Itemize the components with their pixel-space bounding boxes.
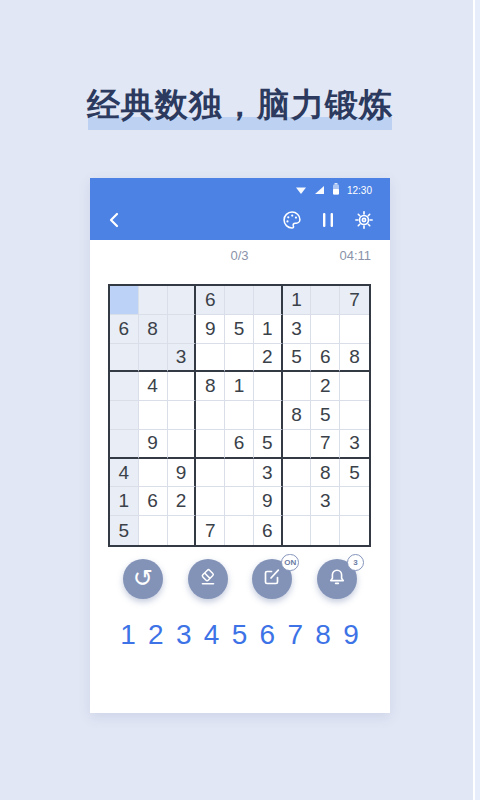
sudoku-cell[interactable] <box>168 286 197 315</box>
sudoku-cell[interactable] <box>196 459 225 488</box>
sudoku-cell[interactable]: 6 <box>110 315 139 344</box>
sudoku-cell[interactable]: 8 <box>283 401 312 430</box>
eraser-button[interactable] <box>188 559 228 599</box>
status-bar: 12:30 <box>90 181 390 199</box>
sudoku-cell[interactable]: 5 <box>311 401 340 430</box>
numpad-key-7[interactable]: 7 <box>283 619 307 651</box>
sudoku-cell[interactable] <box>196 401 225 430</box>
sudoku-cell[interactable] <box>168 401 197 430</box>
sudoku-cell[interactable] <box>283 487 312 516</box>
sudoku-cell[interactable]: 5 <box>340 459 369 488</box>
theme-palette-button[interactable] <box>280 208 304 232</box>
sudoku-cell[interactable]: 7 <box>311 430 340 459</box>
numpad-key-9[interactable]: 9 <box>339 619 363 651</box>
sudoku-cell[interactable] <box>283 459 312 488</box>
signal-icon <box>314 181 325 199</box>
sudoku-cell[interactable] <box>110 286 139 315</box>
sudoku-cell[interactable] <box>225 401 254 430</box>
sudoku-cell[interactable] <box>254 372 283 401</box>
sudoku-cell[interactable] <box>340 401 369 430</box>
sudoku-cell[interactable] <box>110 344 139 373</box>
sudoku-cell[interactable]: 3 <box>340 430 369 459</box>
sudoku-cell[interactable]: 8 <box>311 459 340 488</box>
eraser-icon <box>197 566 219 592</box>
sudoku-cell[interactable]: 3 <box>283 315 312 344</box>
sudoku-cell[interactable] <box>168 372 197 401</box>
sudoku-cell[interactable] <box>254 401 283 430</box>
sudoku-cell[interactable]: 2 <box>254 344 283 373</box>
toolbar: ↺ ON <box>123 559 357 605</box>
sudoku-cell[interactable] <box>139 286 168 315</box>
numpad-key-5[interactable]: 5 <box>228 619 252 651</box>
phone-mockup: 12:30 <box>90 178 390 713</box>
sudoku-cell[interactable]: 9 <box>139 430 168 459</box>
sudoku-cell[interactable] <box>110 430 139 459</box>
sudoku-cell[interactable]: 9 <box>168 459 197 488</box>
sudoku-cell[interactable] <box>340 372 369 401</box>
sudoku-cell[interactable] <box>283 430 312 459</box>
sudoku-cell[interactable] <box>225 344 254 373</box>
sudoku-cell[interactable] <box>196 344 225 373</box>
sudoku-cell[interactable] <box>110 401 139 430</box>
numpad-key-6[interactable]: 6 <box>255 619 279 651</box>
sudoku-cell[interactable] <box>196 430 225 459</box>
sudoku-cell[interactable]: 6 <box>225 430 254 459</box>
mistakes-progress: 0/3 <box>108 248 371 263</box>
sudoku-cell[interactable] <box>139 459 168 488</box>
info-row: 0/3 04:11 <box>108 248 371 266</box>
sudoku-cell[interactable] <box>110 372 139 401</box>
sudoku-cell[interactable]: 8 <box>196 372 225 401</box>
number-pad: 123456789 <box>108 618 371 652</box>
sudoku-cell[interactable]: 4 <box>110 459 139 488</box>
numpad-key-1[interactable]: 1 <box>116 619 140 651</box>
sudoku-cell[interactable]: 6 <box>139 487 168 516</box>
sudoku-cell[interactable]: 1 <box>283 286 312 315</box>
sudoku-cell[interactable] <box>311 315 340 344</box>
sudoku-cell[interactable] <box>340 487 369 516</box>
sudoku-cell[interactable] <box>340 516 369 545</box>
headline: 经典数独，脑力锻炼 <box>0 83 480 128</box>
sudoku-cell[interactable]: 3 <box>168 344 197 373</box>
wifi-icon <box>295 181 307 199</box>
sudoku-cell[interactable] <box>225 516 254 545</box>
undo-icon: ↺ <box>133 566 153 590</box>
hint-count-badge: 3 <box>347 554 364 571</box>
sudoku-cell[interactable]: 3 <box>311 487 340 516</box>
sudoku-cell[interactable]: 5 <box>254 430 283 459</box>
notes-on-badge: ON <box>281 554 299 571</box>
sudoku-cell[interactable]: 5 <box>225 315 254 344</box>
sudoku-cell[interactable]: 3 <box>254 459 283 488</box>
sudoku-cell[interactable] <box>225 487 254 516</box>
pause-button[interactable] <box>316 208 340 232</box>
sudoku-cell[interactable]: 1 <box>254 315 283 344</box>
sudoku-cell[interactable]: 7 <box>196 516 225 545</box>
sudoku-cell[interactable]: 1 <box>110 487 139 516</box>
sudoku-cell[interactable] <box>283 516 312 545</box>
app-header: 12:30 <box>90 178 390 240</box>
sudoku-cell[interactable] <box>196 487 225 516</box>
undo-button[interactable]: ↺ <box>123 559 163 599</box>
sudoku-cell[interactable]: 8 <box>139 315 168 344</box>
numpad-key-3[interactable]: 3 <box>172 619 196 651</box>
sudoku-cell[interactable]: 6 <box>254 516 283 545</box>
screen: { "page": { "headline": "经典数独，脑力锻炼" }, "… <box>0 0 480 800</box>
sudoku-cell[interactable]: 6 <box>196 286 225 315</box>
sudoku-cell[interactable]: 5 <box>283 344 312 373</box>
sudoku-cell[interactable] <box>139 344 168 373</box>
sudoku-cell[interactable] <box>311 286 340 315</box>
battery-icon <box>332 181 340 199</box>
sudoku-cell[interactable] <box>225 459 254 488</box>
settings-gear-button[interactable] <box>352 208 376 232</box>
game-timer: 04:11 <box>339 248 371 263</box>
sudoku-cell[interactable]: 9 <box>254 487 283 516</box>
status-time: 12:30 <box>347 185 372 196</box>
sudoku-cell[interactable] <box>283 372 312 401</box>
back-button[interactable] <box>102 207 128 233</box>
sudoku-cell[interactable]: 8 <box>340 344 369 373</box>
sudoku-cell[interactable]: 1 <box>225 372 254 401</box>
notes-button[interactable]: ON <box>252 559 292 599</box>
numpad-key-4[interactable]: 4 <box>200 619 224 651</box>
bell-icon <box>326 566 348 592</box>
sudoku-cell[interactable]: 2 <box>311 372 340 401</box>
sudoku-cell[interactable] <box>225 286 254 315</box>
sudoku-cell[interactable]: 6 <box>311 344 340 373</box>
sudoku-cell[interactable] <box>168 516 197 545</box>
sudoku-cell[interactable] <box>139 401 168 430</box>
sudoku-cell[interactable]: 2 <box>168 487 197 516</box>
notes-edit-icon <box>261 566 283 592</box>
nav-row <box>90 200 390 240</box>
sudoku-cell[interactable] <box>168 315 197 344</box>
sudoku-cell[interactable] <box>168 430 197 459</box>
sudoku-cell[interactable] <box>340 315 369 344</box>
sudoku-cell[interactable] <box>254 286 283 315</box>
sudoku-cell[interactable] <box>311 516 340 545</box>
numpad-key-2[interactable]: 2 <box>144 619 168 651</box>
sudoku-cell[interactable] <box>139 516 168 545</box>
sudoku-cell[interactable]: 9 <box>196 315 225 344</box>
sudoku-cell[interactable]: 4 <box>139 372 168 401</box>
sudoku-cell[interactable]: 7 <box>340 286 369 315</box>
numpad-key-8[interactable]: 8 <box>311 619 335 651</box>
sudoku-cell[interactable]: 5 <box>110 516 139 545</box>
sudoku-grid: 61768951332568481285965734938516293576 <box>108 284 371 547</box>
hint-bell-button[interactable]: 3 <box>317 559 357 599</box>
